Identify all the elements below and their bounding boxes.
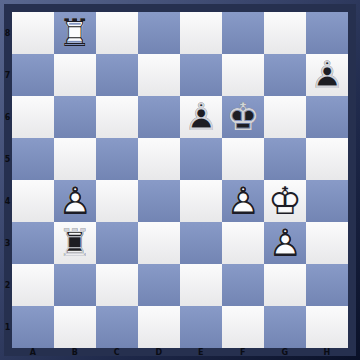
black-rook[interactable]: ♜♖ <box>54 222 96 264</box>
square-b6[interactable] <box>54 96 96 138</box>
square-c8[interactable] <box>96 12 138 54</box>
white-rook-outline: ♖ <box>54 12 96 54</box>
black-pawn-outline: ♙ <box>180 96 222 138</box>
rank-label-7: 7 <box>3 54 12 96</box>
square-c5[interactable] <box>96 138 138 180</box>
square-d3[interactable] <box>138 222 180 264</box>
file-label-a: A <box>12 347 54 357</box>
square-a8[interactable] <box>12 12 54 54</box>
file-label-d: D <box>138 347 180 357</box>
square-g2[interactable] <box>264 264 306 306</box>
square-e3[interactable] <box>180 222 222 264</box>
square-d2[interactable] <box>138 264 180 306</box>
square-g4[interactable]: ♚♔ <box>264 180 306 222</box>
square-h6[interactable] <box>306 96 348 138</box>
square-d4[interactable] <box>138 180 180 222</box>
square-g3[interactable]: ♟♙ <box>264 222 306 264</box>
square-a6[interactable] <box>12 96 54 138</box>
white-pawn-outline: ♙ <box>54 180 96 222</box>
file-label-f: F <box>222 347 264 357</box>
square-b3[interactable]: ♜♖ <box>54 222 96 264</box>
square-b7[interactable] <box>54 54 96 96</box>
square-c4[interactable] <box>96 180 138 222</box>
square-e5[interactable] <box>180 138 222 180</box>
black-pawn[interactable]: ♟♙ <box>180 96 222 138</box>
square-a2[interactable] <box>12 264 54 306</box>
black-king[interactable]: ♚♔ <box>222 96 264 138</box>
square-g1[interactable] <box>264 306 306 348</box>
square-b8[interactable]: ♜♖ <box>54 12 96 54</box>
square-c7[interactable] <box>96 54 138 96</box>
square-h2[interactable] <box>306 264 348 306</box>
square-h7[interactable]: ♟♙ <box>306 54 348 96</box>
rank-label-8: 8 <box>3 12 12 54</box>
white-pawn[interactable]: ♟♙ <box>264 222 306 264</box>
square-c3[interactable] <box>96 222 138 264</box>
square-d5[interactable] <box>138 138 180 180</box>
square-f6[interactable]: ♚♔ <box>222 96 264 138</box>
square-e7[interactable] <box>180 54 222 96</box>
rank-label-1: 1 <box>3 306 12 348</box>
black-pawn[interactable]: ♟♙ <box>306 54 348 96</box>
black-king-outline: ♔ <box>222 96 264 138</box>
rank-label-5: 5 <box>3 138 12 180</box>
square-e6[interactable]: ♟♙ <box>180 96 222 138</box>
file-label-c: C <box>96 347 138 357</box>
square-a5[interactable] <box>12 138 54 180</box>
square-f4[interactable]: ♟♙ <box>222 180 264 222</box>
square-b2[interactable] <box>54 264 96 306</box>
rank-label-2: 2 <box>3 264 12 306</box>
square-h5[interactable] <box>306 138 348 180</box>
square-h3[interactable] <box>306 222 348 264</box>
square-g8[interactable] <box>264 12 306 54</box>
square-a7[interactable] <box>12 54 54 96</box>
square-b5[interactable] <box>54 138 96 180</box>
square-g7[interactable] <box>264 54 306 96</box>
square-a4[interactable] <box>12 180 54 222</box>
square-e8[interactable] <box>180 12 222 54</box>
file-label-b: B <box>54 347 96 357</box>
file-label-g: G <box>264 347 306 357</box>
square-a3[interactable] <box>12 222 54 264</box>
file-label-h: H <box>306 347 348 357</box>
square-c6[interactable] <box>96 96 138 138</box>
white-king-outline: ♔ <box>264 180 306 222</box>
square-h4[interactable] <box>306 180 348 222</box>
square-e1[interactable] <box>180 306 222 348</box>
rank-label-3: 3 <box>3 222 12 264</box>
white-pawn[interactable]: ♟♙ <box>54 180 96 222</box>
board-outer-frame: ♜♖♟♙♟♙♚♔♟♙♟♙♚♔♜♖♟♙ 87654321 ABCDEFGH <box>0 0 360 360</box>
rank-label-4: 4 <box>3 180 12 222</box>
square-f3[interactable] <box>222 222 264 264</box>
square-d6[interactable] <box>138 96 180 138</box>
square-h1[interactable] <box>306 306 348 348</box>
chess-board: ♜♖♟♙♟♙♚♔♟♙♟♙♚♔♜♖♟♙ <box>12 12 348 348</box>
rank-label-6: 6 <box>3 96 12 138</box>
white-rook[interactable]: ♜♖ <box>54 12 96 54</box>
square-f5[interactable] <box>222 138 264 180</box>
square-h8[interactable] <box>306 12 348 54</box>
black-pawn-outline: ♙ <box>306 54 348 96</box>
white-pawn[interactable]: ♟♙ <box>222 180 264 222</box>
square-c2[interactable] <box>96 264 138 306</box>
square-d1[interactable] <box>138 306 180 348</box>
square-f8[interactable] <box>222 12 264 54</box>
square-f1[interactable] <box>222 306 264 348</box>
square-f7[interactable] <box>222 54 264 96</box>
square-g5[interactable] <box>264 138 306 180</box>
square-d8[interactable] <box>138 12 180 54</box>
white-king[interactable]: ♚♔ <box>264 180 306 222</box>
square-b1[interactable] <box>54 306 96 348</box>
square-a1[interactable] <box>12 306 54 348</box>
square-e2[interactable] <box>180 264 222 306</box>
file-label-e: E <box>180 347 222 357</box>
square-g6[interactable] <box>264 96 306 138</box>
chess-diagram: ♜♖♟♙♟♙♚♔♟♙♟♙♚♔♜♖♟♙ 87654321 ABCDEFGH <box>0 0 360 360</box>
white-pawn-outline: ♙ <box>222 180 264 222</box>
black-rook-outline: ♖ <box>54 222 96 264</box>
square-e4[interactable] <box>180 180 222 222</box>
square-d7[interactable] <box>138 54 180 96</box>
white-pawn-outline: ♙ <box>264 222 306 264</box>
square-f2[interactable] <box>222 264 264 306</box>
square-b4[interactable]: ♟♙ <box>54 180 96 222</box>
square-c1[interactable] <box>96 306 138 348</box>
